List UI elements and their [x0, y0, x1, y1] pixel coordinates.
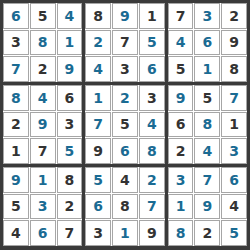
- cell-r1c6[interactable]: 1: [139, 3, 165, 29]
- cell-r2c5[interactable]: 7: [112, 30, 138, 56]
- cell-r2c7[interactable]: 4: [168, 30, 194, 56]
- cell-r5c1[interactable]: 2: [3, 112, 29, 138]
- cell-r5c5[interactable]: 5: [112, 112, 138, 138]
- cell-r6c6[interactable]: 8: [139, 138, 165, 164]
- cell-r3c3[interactable]: 9: [57, 56, 83, 82]
- cell-r2c9[interactable]: 9: [221, 30, 247, 56]
- cell-r3c7[interactable]: 5: [168, 56, 194, 82]
- cell-r8c4[interactable]: 6: [85, 194, 111, 220]
- cell-r1c4[interactable]: 8: [85, 3, 111, 29]
- cell-r8c5[interactable]: 8: [112, 194, 138, 220]
- cell-r5c6[interactable]: 4: [139, 112, 165, 138]
- cell-r7c5[interactable]: 4: [112, 167, 138, 193]
- cell-r1c7[interactable]: 7: [168, 3, 194, 29]
- sudoku-box-1: 654381729: [3, 3, 82, 82]
- cell-r9c1[interactable]: 4: [3, 220, 29, 246]
- cell-r4c6[interactable]: 3: [139, 85, 165, 111]
- cell-r6c7[interactable]: 2: [168, 138, 194, 164]
- sudoku-box-8: 542687319: [85, 167, 164, 246]
- cell-r1c2[interactable]: 5: [30, 3, 56, 29]
- cell-r3c9[interactable]: 8: [221, 56, 247, 82]
- cell-r5c3[interactable]: 3: [57, 112, 83, 138]
- sudoku-box-7: 918532467: [3, 167, 82, 246]
- cell-r7c3[interactable]: 8: [57, 167, 83, 193]
- cell-r3c4[interactable]: 4: [85, 56, 111, 82]
- cell-r6c2[interactable]: 7: [30, 138, 56, 164]
- cell-r2c1[interactable]: 3: [3, 30, 29, 56]
- cell-r5c9[interactable]: 1: [221, 112, 247, 138]
- sudoku-box-6: 957681243: [168, 85, 247, 164]
- cell-r6c5[interactable]: 6: [112, 138, 138, 164]
- cell-r6c1[interactable]: 1: [3, 138, 29, 164]
- cell-r1c8[interactable]: 3: [194, 3, 220, 29]
- cell-r6c4[interactable]: 9: [85, 138, 111, 164]
- cell-r4c4[interactable]: 1: [85, 85, 111, 111]
- cell-r8c6[interactable]: 7: [139, 194, 165, 220]
- sudoku-board: 6543817298912754367324695188462931751237…: [0, 0, 250, 250]
- cell-r9c3[interactable]: 7: [57, 220, 83, 246]
- cell-r7c6[interactable]: 2: [139, 167, 165, 193]
- cell-r3c5[interactable]: 3: [112, 56, 138, 82]
- cell-r4c7[interactable]: 9: [168, 85, 194, 111]
- cell-r4c8[interactable]: 5: [194, 85, 220, 111]
- cell-r2c2[interactable]: 8: [30, 30, 56, 56]
- sudoku-app: 6543817298912754367324695188462931751237…: [0, 0, 250, 250]
- cell-r1c3[interactable]: 4: [57, 3, 83, 29]
- cell-r8c9[interactable]: 4: [221, 194, 247, 220]
- cell-r2c3[interactable]: 1: [57, 30, 83, 56]
- cell-r3c1[interactable]: 7: [3, 56, 29, 82]
- cell-r6c8[interactable]: 4: [194, 138, 220, 164]
- cell-r3c2[interactable]: 2: [30, 56, 56, 82]
- cell-r7c2[interactable]: 1: [30, 167, 56, 193]
- cell-r5c2[interactable]: 9: [30, 112, 56, 138]
- sudoku-box-2: 891275436: [85, 3, 164, 82]
- cell-r2c4[interactable]: 2: [85, 30, 111, 56]
- cell-r4c2[interactable]: 4: [30, 85, 56, 111]
- cell-r2c8[interactable]: 6: [194, 30, 220, 56]
- cell-r4c3[interactable]: 6: [57, 85, 83, 111]
- cell-r4c1[interactable]: 8: [3, 85, 29, 111]
- cell-r8c1[interactable]: 5: [3, 194, 29, 220]
- cell-r4c5[interactable]: 2: [112, 85, 138, 111]
- sudoku-box-4: 846293175: [3, 85, 82, 164]
- cell-r7c7[interactable]: 3: [168, 167, 194, 193]
- cell-r9c6[interactable]: 9: [139, 220, 165, 246]
- cell-r3c8[interactable]: 1: [194, 56, 220, 82]
- cell-r9c4[interactable]: 3: [85, 220, 111, 246]
- cell-r6c9[interactable]: 3: [221, 138, 247, 164]
- cell-r2c6[interactable]: 5: [139, 30, 165, 56]
- cell-r9c7[interactable]: 8: [168, 220, 194, 246]
- cell-r1c9[interactable]: 2: [221, 3, 247, 29]
- cell-r7c4[interactable]: 5: [85, 167, 111, 193]
- cell-r5c7[interactable]: 6: [168, 112, 194, 138]
- cell-r8c7[interactable]: 1: [168, 194, 194, 220]
- cell-r9c5[interactable]: 1: [112, 220, 138, 246]
- sudoku-box-9: 376194825: [168, 167, 247, 246]
- cell-r8c2[interactable]: 3: [30, 194, 56, 220]
- cell-r9c2[interactable]: 6: [30, 220, 56, 246]
- cell-r7c1[interactable]: 9: [3, 167, 29, 193]
- cell-r5c4[interactable]: 7: [85, 112, 111, 138]
- cell-r9c9[interactable]: 5: [221, 220, 247, 246]
- cell-r8c8[interactable]: 9: [194, 194, 220, 220]
- sudoku-box-3: 732469518: [168, 3, 247, 82]
- sudoku-box-5: 123754968: [85, 85, 164, 164]
- cell-r4c9[interactable]: 7: [221, 85, 247, 111]
- cell-r1c5[interactable]: 9: [112, 3, 138, 29]
- cell-r7c9[interactable]: 6: [221, 167, 247, 193]
- cell-r6c3[interactable]: 5: [57, 138, 83, 164]
- cell-r1c1[interactable]: 6: [3, 3, 29, 29]
- cell-r5c8[interactable]: 8: [194, 112, 220, 138]
- cell-r9c8[interactable]: 2: [194, 220, 220, 246]
- cell-r7c8[interactable]: 7: [194, 167, 220, 193]
- cell-r8c3[interactable]: 2: [57, 194, 83, 220]
- cell-r3c6[interactable]: 6: [139, 56, 165, 82]
